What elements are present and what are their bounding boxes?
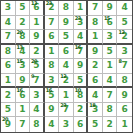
cage-sum: 20 xyxy=(31,59,37,64)
cell-digit: 9 xyxy=(92,47,98,56)
cell-r6c4[interactable]: 3 xyxy=(45,74,60,89)
cell-digit: 9 xyxy=(107,3,113,12)
cell-r8c2[interactable]: 1 xyxy=(16,103,31,118)
cell-digit: 5 xyxy=(92,120,98,129)
cell-r5c4[interactable]: 8 xyxy=(45,59,60,74)
cell-digit: 3 xyxy=(122,47,128,56)
cell-digit: 6 xyxy=(48,32,54,41)
cell-r4c8[interactable]: 5 xyxy=(103,45,118,60)
cell-digit: 5 xyxy=(63,32,69,41)
cell-r5c8[interactable]: 1 xyxy=(103,59,118,74)
cell-digit: 9 xyxy=(77,61,83,70)
cell-digit: 2 xyxy=(33,47,39,56)
cell-digit: 8 xyxy=(33,120,39,129)
cell-digit: 3 xyxy=(48,76,54,85)
cell-r6c9[interactable]: 8 xyxy=(117,74,132,89)
cell-digit: 9 xyxy=(63,18,69,27)
cell-r4c1[interactable]: 8 xyxy=(1,45,16,60)
cage-sum: 15 xyxy=(17,59,23,64)
cell-r6c2[interactable]: 9 xyxy=(16,74,31,89)
cell-digit: 7 xyxy=(33,76,39,85)
cell-digit: 9 xyxy=(122,91,128,100)
cell-digit: 5 xyxy=(77,76,83,85)
cell-r4c4[interactable]: 1 xyxy=(45,45,60,60)
cell-r3c6[interactable]: 4 xyxy=(74,30,89,45)
cell-digit: 5 xyxy=(122,18,128,27)
cell-r7c3[interactable]: 3 xyxy=(30,88,45,103)
cell-r1c9[interactable]: 4 xyxy=(117,1,132,16)
cell-r4c7[interactable]: 9 xyxy=(88,45,103,60)
cell-r6c6[interactable]: 5 xyxy=(74,74,89,89)
cell-r5c6[interactable]: 9 xyxy=(74,59,89,74)
cell-r5c3[interactable]: 205 xyxy=(30,59,45,74)
cell-digit: 1 xyxy=(5,76,11,85)
cage-sum: 23 xyxy=(46,1,52,6)
cell-digit: 1 xyxy=(33,18,39,27)
cell-digit: 5 xyxy=(107,47,113,56)
cell-digit: 8 xyxy=(48,61,54,70)
cell-r5c5[interactable]: 4 xyxy=(59,59,74,74)
cell-digit: 1 xyxy=(122,120,128,129)
cell-r4c3[interactable]: 2 xyxy=(30,45,45,60)
cell-digit: 6 xyxy=(5,61,11,70)
cell-digit: 2 xyxy=(92,61,98,70)
cell-digit: 2 xyxy=(107,120,113,129)
cell-r7c1[interactable]: 2 xyxy=(1,88,16,103)
cell-r5c7[interactable]: 2 xyxy=(88,59,103,74)
cell-r7c2[interactable]: 166 xyxy=(16,88,31,103)
cell-r3c2[interactable]: 208 xyxy=(16,30,31,45)
cell-r3c5[interactable]: 5 xyxy=(59,30,74,45)
cell-r7c5[interactable]: 1 xyxy=(59,88,74,103)
cell-r9c1[interactable]: 209 xyxy=(1,117,16,132)
cell-r9c8[interactable]: 2 xyxy=(103,117,118,132)
cell-r8c3[interactable]: 4 xyxy=(30,103,45,118)
cell-r1c6[interactable]: 1 xyxy=(74,1,89,16)
cell-digit: 4 xyxy=(122,3,128,12)
cell-r6c3[interactable]: 97 xyxy=(30,74,45,89)
cell-digit: 4 xyxy=(5,18,11,27)
cell-digit: 7 xyxy=(19,120,25,129)
cell-digit: 7 xyxy=(107,91,113,100)
cell-r1c8[interactable]: 9 xyxy=(103,1,118,16)
cell-r5c9[interactable]: 87 xyxy=(117,59,132,74)
cage-sum: 13 xyxy=(31,1,37,6)
cell-digit: 1 xyxy=(63,91,69,100)
cell-r3c4[interactable]: 6 xyxy=(45,30,60,45)
cell-digit: 1 xyxy=(92,32,98,41)
cell-digit: 7 xyxy=(92,3,98,12)
cell-digit: 4 xyxy=(92,91,98,100)
cage-sum: 10 xyxy=(75,88,81,93)
cage-sum: 16 xyxy=(75,45,81,50)
cell-digit: 8 xyxy=(63,3,69,12)
cell-digit: 2 xyxy=(77,105,83,114)
cage-sum: 12 xyxy=(60,74,66,79)
cell-r2c8[interactable]: 156 xyxy=(103,16,118,31)
cell-r2c5[interactable]: 9 xyxy=(59,16,74,31)
cell-digit: 8 xyxy=(92,18,98,27)
cage-sum: 23 xyxy=(75,16,81,21)
cell-r8c6[interactable]: 2 xyxy=(74,103,89,118)
cell-r9c5[interactable]: 3 xyxy=(59,117,74,132)
cell-r8c5[interactable]: 237 xyxy=(59,103,74,118)
cell-r4c2[interactable]: 134 xyxy=(16,45,31,60)
cell-digit: 8 xyxy=(122,76,128,85)
cell-r6c5[interactable]: 122 xyxy=(59,74,74,89)
cell-digit: 5 xyxy=(19,3,25,12)
cage-sum: 23 xyxy=(60,103,66,108)
cell-digit: 6 xyxy=(63,47,69,56)
cell-digit: 7 xyxy=(122,61,128,70)
cell-r8c7[interactable]: 183 xyxy=(88,103,103,118)
cell-digit: 1 xyxy=(77,3,83,12)
cell-r2c1[interactable]: 4 xyxy=(1,16,16,31)
cell-r5c1[interactable]: 6 xyxy=(1,59,16,74)
cell-r1c3[interactable]: 136 xyxy=(30,1,45,16)
cell-r2c2[interactable]: 2 xyxy=(16,16,31,31)
cell-r1c7[interactable]: 7 xyxy=(88,1,103,16)
cell-r6c1[interactable]: 1 xyxy=(1,74,16,89)
cell-digit: 9 xyxy=(19,76,25,85)
cell-r9c9[interactable]: 1 xyxy=(117,117,132,132)
cell-r7c9[interactable]: 9 xyxy=(117,88,132,103)
cage-sum: 20 xyxy=(17,30,23,35)
cell-digit: 1 xyxy=(19,105,25,114)
sudoku-board: 3513623281794421792338156572089654131228… xyxy=(0,0,133,133)
cell-r9c7[interactable]: 5 xyxy=(88,117,103,132)
cell-r2c3[interactable]: 1 xyxy=(30,16,45,31)
cell-digit: 6 xyxy=(122,105,128,114)
cage-sum: 16 xyxy=(46,88,52,93)
cell-r9c2[interactable]: 7 xyxy=(16,117,31,132)
cell-r3c1[interactable]: 7 xyxy=(1,30,16,45)
cage-sum: 20 xyxy=(2,117,8,122)
cell-digit: 3 xyxy=(63,120,69,129)
cell-digit: 7 xyxy=(48,18,54,27)
cell-r3c7[interactable]: 1 xyxy=(88,30,103,45)
cell-r7c4[interactable]: 165 xyxy=(45,88,60,103)
cell-digit: 8 xyxy=(107,105,113,114)
cage-sum: 12 xyxy=(118,30,124,35)
cage-sum: 18 xyxy=(89,103,95,108)
cell-r9c3[interactable]: 8 xyxy=(30,117,45,132)
cell-digit: 2 xyxy=(19,18,25,27)
cell-r3c3[interactable]: 9 xyxy=(30,30,45,45)
cell-r1c5[interactable]: 8 xyxy=(59,1,74,16)
cell-digit: 3 xyxy=(107,32,113,41)
cell-digit: 4 xyxy=(107,76,113,85)
cell-r1c1[interactable]: 3 xyxy=(1,1,16,16)
cell-digit: 8 xyxy=(5,47,11,56)
cell-r9c4[interactable]: 4 xyxy=(45,117,60,132)
cell-r2c6[interactable]: 233 xyxy=(74,16,89,31)
cell-r8c9[interactable]: 6 xyxy=(117,103,132,118)
cell-digit: 1 xyxy=(107,61,113,70)
cell-r2c9[interactable]: 5 xyxy=(117,16,132,31)
cell-digit: 9 xyxy=(48,105,54,114)
cell-digit: 4 xyxy=(33,105,39,114)
cell-r9c6[interactable]: 6 xyxy=(74,117,89,132)
cell-r3c8[interactable]: 3 xyxy=(103,30,118,45)
cage-sum: 15 xyxy=(104,16,110,21)
cell-r7c6[interactable]: 108 xyxy=(74,88,89,103)
cell-r6c8[interactable]: 4 xyxy=(103,74,118,89)
cell-digit: 3 xyxy=(5,3,11,12)
cell-digit: 1 xyxy=(48,47,54,56)
cage-sum: 13 xyxy=(17,45,23,50)
cell-r2c7[interactable]: 8 xyxy=(88,16,103,31)
cell-digit: 4 xyxy=(48,120,54,129)
cell-r5c2[interactable]: 153 xyxy=(16,59,31,74)
cell-r4c5[interactable]: 6 xyxy=(59,45,74,60)
cell-digit: 2 xyxy=(5,91,11,100)
cell-r1c2[interactable]: 5 xyxy=(16,1,31,16)
cell-r4c6[interactable]: 167 xyxy=(74,45,89,60)
cell-r1c4[interactable]: 232 xyxy=(45,1,60,16)
cell-digit: 4 xyxy=(63,61,69,70)
cage-sum: 9 xyxy=(31,74,34,79)
cell-digit: 9 xyxy=(33,32,39,41)
cell-r7c7[interactable]: 4 xyxy=(88,88,103,103)
cage-sum: 8 xyxy=(118,59,121,64)
cell-r6c7[interactable]: 6 xyxy=(88,74,103,89)
cage-sum: 16 xyxy=(17,88,23,93)
cell-r7c8[interactable]: 7 xyxy=(103,88,118,103)
cell-r4c9[interactable]: 3 xyxy=(117,45,132,60)
cell-r2c4[interactable]: 7 xyxy=(45,16,60,31)
cell-r8c4[interactable]: 9 xyxy=(45,103,60,118)
cell-digit: 3 xyxy=(33,91,39,100)
cell-digit: 6 xyxy=(92,76,98,85)
cell-r8c8[interactable]: 8 xyxy=(103,103,118,118)
cell-r8c1[interactable]: 5 xyxy=(1,103,16,118)
cell-digit: 5 xyxy=(5,105,11,114)
cell-r3c9[interactable]: 122 xyxy=(117,30,132,45)
cell-digit: 4 xyxy=(77,32,83,41)
cell-digit: 7 xyxy=(5,32,11,41)
cell-digit: 6 xyxy=(77,120,83,129)
